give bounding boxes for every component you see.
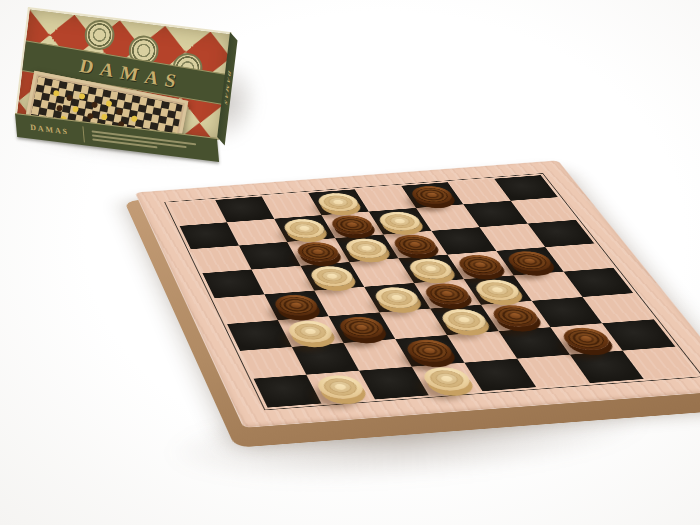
checker-piece-light[interactable] bbox=[313, 374, 368, 400]
checker-piece-dark[interactable] bbox=[271, 293, 322, 317]
board-square-light[interactable] bbox=[623, 347, 698, 379]
checkers-board bbox=[135, 160, 700, 428]
board-square-dark[interactable] bbox=[532, 297, 602, 327]
board-square-dark[interactable] bbox=[570, 351, 644, 383]
board-square-light[interactable] bbox=[447, 331, 517, 362]
checker-piece-light[interactable] bbox=[307, 265, 358, 288]
board-square-light[interactable] bbox=[481, 301, 550, 331]
checker-medallion-icon bbox=[83, 18, 116, 51]
board-square-light[interactable] bbox=[240, 347, 306, 379]
board-square-light[interactable] bbox=[306, 371, 375, 404]
board-square-dark[interactable] bbox=[464, 359, 536, 392]
board-square-dark[interactable] bbox=[292, 343, 359, 375]
checker-piece-light[interactable] bbox=[405, 257, 457, 280]
checker-piece-light[interactable] bbox=[471, 278, 525, 301]
board-square-light[interactable] bbox=[514, 272, 583, 301]
checker-piece-light[interactable] bbox=[419, 366, 476, 392]
checkers-board-scene bbox=[184, 53, 644, 513]
checker-piece-dark[interactable] bbox=[503, 250, 557, 273]
checker-piece-dark[interactable] bbox=[335, 315, 388, 339]
checker-piece-dark[interactable] bbox=[402, 338, 457, 363]
box-front-title: DAMAS bbox=[16, 121, 84, 138]
board-square-light[interactable] bbox=[550, 323, 622, 354]
checker-piece-dark[interactable] bbox=[454, 254, 507, 277]
board-square-light[interactable] bbox=[412, 363, 483, 396]
checker-piece-light[interactable] bbox=[437, 308, 492, 332]
checker-piece-dark[interactable] bbox=[558, 326, 616, 351]
board-square-light[interactable] bbox=[583, 293, 654, 323]
board-square-dark[interactable] bbox=[602, 319, 675, 350]
board-square-light[interactable] bbox=[414, 279, 481, 308]
board-square-dark[interactable] bbox=[499, 327, 570, 358]
board-square-dark[interactable] bbox=[359, 367, 429, 400]
checker-piece-light[interactable] bbox=[314, 192, 362, 213]
board-square-dark[interactable] bbox=[264, 291, 328, 321]
checker-piece-light[interactable] bbox=[375, 211, 425, 232]
checker-piece-dark[interactable] bbox=[488, 304, 544, 328]
board-square-light[interactable] bbox=[314, 287, 379, 317]
board-square-dark[interactable] bbox=[254, 375, 322, 408]
board-square-dark[interactable] bbox=[395, 335, 464, 367]
board-square-dark[interactable] bbox=[364, 283, 430, 312]
checker-piece-light[interactable] bbox=[341, 237, 392, 259]
checker-piece-light[interactable] bbox=[371, 286, 424, 310]
board-square-light[interactable] bbox=[278, 316, 344, 347]
checker-piece-dark[interactable] bbox=[293, 241, 343, 263]
board-square-dark[interactable] bbox=[464, 275, 532, 304]
checker-piece-light[interactable] bbox=[280, 218, 329, 239]
board-square-dark[interactable] bbox=[430, 305, 499, 335]
board-square-light[interactable] bbox=[215, 294, 278, 324]
board-square-light[interactable] bbox=[379, 309, 447, 339]
board-square-dark[interactable] bbox=[227, 320, 292, 351]
checker-piece-dark[interactable] bbox=[390, 234, 441, 256]
board-square-light[interactable] bbox=[517, 355, 590, 388]
checker-piece-dark[interactable] bbox=[407, 185, 457, 206]
board-square-dark[interactable] bbox=[329, 312, 396, 343]
checker-piece-dark[interactable] bbox=[421, 282, 475, 305]
board-square-light[interactable] bbox=[344, 339, 412, 371]
board-square-dark[interactable] bbox=[564, 268, 634, 297]
checker-piece-light[interactable] bbox=[284, 319, 337, 343]
checker-piece-dark[interactable] bbox=[328, 214, 377, 235]
